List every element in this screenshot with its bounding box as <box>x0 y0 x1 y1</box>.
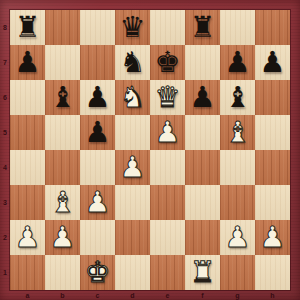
square-e6[interactable]: ♛ <box>150 80 185 115</box>
black-bishop-g6: ♝ <box>220 80 255 115</box>
square-f2[interactable] <box>185 220 220 255</box>
square-f5[interactable] <box>185 115 220 150</box>
square-d5[interactable] <box>115 115 150 150</box>
square-b7[interactable] <box>45 45 80 80</box>
file-label-c: c <box>80 290 115 300</box>
black-pawn-g7: ♟ <box>220 45 255 80</box>
white-knight-d6: ♞ <box>115 80 150 115</box>
square-h5[interactable] <box>255 115 290 150</box>
square-d4[interactable]: ♟ <box>115 150 150 185</box>
square-f3[interactable] <box>185 185 220 220</box>
file-label-f: f <box>185 290 220 300</box>
square-g8[interactable] <box>220 10 255 45</box>
square-a2[interactable]: ♟ <box>10 220 45 255</box>
square-c2[interactable] <box>80 220 115 255</box>
square-d8[interactable]: ♛ <box>115 10 150 45</box>
black-rook-f8: ♜ <box>185 10 220 45</box>
black-knight-d7: ♞ <box>115 45 150 80</box>
black-pawn-c5: ♟ <box>80 115 115 150</box>
square-h2[interactable]: ♟ <box>255 220 290 255</box>
file-label-d: d <box>115 290 150 300</box>
square-g6[interactable]: ♝ <box>220 80 255 115</box>
square-d1[interactable] <box>115 255 150 290</box>
square-a5[interactable] <box>10 115 45 150</box>
rank-label-2: 2 <box>0 220 10 255</box>
square-f7[interactable] <box>185 45 220 80</box>
square-f6[interactable]: ♟ <box>185 80 220 115</box>
square-b6[interactable]: ♝ <box>45 80 80 115</box>
square-b3[interactable]: ♝ <box>45 185 80 220</box>
square-a7[interactable]: ♟ <box>10 45 45 80</box>
square-d6[interactable]: ♞ <box>115 80 150 115</box>
rank-label-1: 1 <box>0 255 10 290</box>
file-label-h: h <box>255 290 290 300</box>
file-label-b: b <box>45 290 80 300</box>
white-pawn-d4: ♟ <box>115 150 150 185</box>
file-labels: abcdefgh <box>10 290 290 300</box>
white-pawn-c3: ♟ <box>80 185 115 220</box>
square-e8[interactable] <box>150 10 185 45</box>
black-bishop-b6: ♝ <box>45 80 80 115</box>
square-h3[interactable] <box>255 185 290 220</box>
square-h6[interactable] <box>255 80 290 115</box>
white-pawn-e5: ♟ <box>150 115 185 150</box>
square-g3[interactable] <box>220 185 255 220</box>
white-queen-e6: ♛ <box>150 80 185 115</box>
rank-label-3: 3 <box>0 185 10 220</box>
square-d7[interactable]: ♞ <box>115 45 150 80</box>
square-h8[interactable] <box>255 10 290 45</box>
file-label-e: e <box>150 290 185 300</box>
square-c5[interactable]: ♟ <box>80 115 115 150</box>
square-a3[interactable] <box>10 185 45 220</box>
square-g2[interactable]: ♟ <box>220 220 255 255</box>
file-label-g: g <box>220 290 255 300</box>
square-f8[interactable]: ♜ <box>185 10 220 45</box>
black-pawn-h7: ♟ <box>255 45 290 80</box>
square-g1[interactable] <box>220 255 255 290</box>
square-c1[interactable]: ♚ <box>80 255 115 290</box>
square-b8[interactable] <box>45 10 80 45</box>
white-king-c1: ♚ <box>80 255 115 290</box>
square-g7[interactable]: ♟ <box>220 45 255 80</box>
square-a6[interactable] <box>10 80 45 115</box>
square-b5[interactable] <box>45 115 80 150</box>
square-c8[interactable] <box>80 10 115 45</box>
square-e5[interactable]: ♟ <box>150 115 185 150</box>
white-bishop-g5: ♝ <box>220 115 255 150</box>
black-pawn-c6: ♟ <box>80 80 115 115</box>
rank-label-6: 6 <box>0 80 10 115</box>
square-c6[interactable]: ♟ <box>80 80 115 115</box>
white-bishop-b3: ♝ <box>45 185 80 220</box>
file-label-a: a <box>10 290 45 300</box>
white-pawn-b2: ♟ <box>45 220 80 255</box>
square-b4[interactable] <box>45 150 80 185</box>
white-pawn-h2: ♟ <box>255 220 290 255</box>
white-rook-f1: ♜ <box>185 255 220 290</box>
black-pawn-a7: ♟ <box>10 45 45 80</box>
black-king-e7: ♚ <box>150 45 185 80</box>
rank-label-7: 7 <box>0 45 10 80</box>
square-e4[interactable] <box>150 150 185 185</box>
square-h4[interactable] <box>255 150 290 185</box>
square-f4[interactable] <box>185 150 220 185</box>
square-h1[interactable] <box>255 255 290 290</box>
square-c4[interactable] <box>80 150 115 185</box>
square-e3[interactable] <box>150 185 185 220</box>
rank-labels: 87654321 <box>0 10 10 290</box>
square-g4[interactable] <box>220 150 255 185</box>
square-c7[interactable] <box>80 45 115 80</box>
board-grid: ♜♛♜♟♞♚♟♟♝♟♞♛♟♝♟♟♝♟♝♟♟♟♟♟♚♜ <box>10 10 290 290</box>
black-rook-a8: ♜ <box>10 10 45 45</box>
rank-label-4: 4 <box>0 150 10 185</box>
rank-label-8: 8 <box>0 10 10 45</box>
rank-label-5: 5 <box>0 115 10 150</box>
white-pawn-a2: ♟ <box>10 220 45 255</box>
square-g5[interactable]: ♝ <box>220 115 255 150</box>
square-a4[interactable] <box>10 150 45 185</box>
square-b2[interactable]: ♟ <box>45 220 80 255</box>
black-queen-d8: ♛ <box>115 10 150 45</box>
square-d3[interactable] <box>115 185 150 220</box>
square-d2[interactable] <box>115 220 150 255</box>
square-f1[interactable]: ♜ <box>185 255 220 290</box>
square-a8[interactable]: ♜ <box>10 10 45 45</box>
square-c3[interactable]: ♟ <box>80 185 115 220</box>
square-h7[interactable]: ♟ <box>255 45 290 80</box>
square-e2[interactable] <box>150 220 185 255</box>
square-a1[interactable] <box>10 255 45 290</box>
white-pawn-g2: ♟ <box>220 220 255 255</box>
square-e7[interactable]: ♚ <box>150 45 185 80</box>
chess-diagram: ♜♛♜♟♞♚♟♟♝♟♞♛♟♝♟♟♝♟♝♟♟♟♟♟♚♜ 87654321 abcd… <box>0 0 300 300</box>
square-e1[interactable] <box>150 255 185 290</box>
square-b1[interactable] <box>45 255 80 290</box>
black-pawn-f6: ♟ <box>185 80 220 115</box>
